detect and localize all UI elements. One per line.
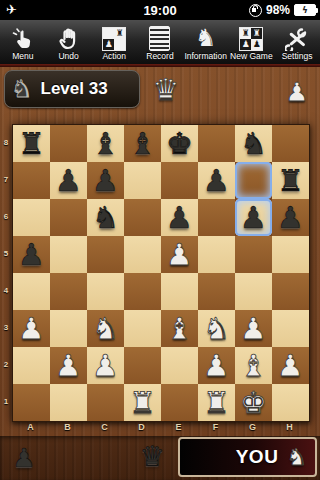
piece-black-pawn: ♟ — [277, 201, 304, 235]
piece-black-pawn: ♟ — [18, 238, 45, 272]
piece-black-pawn: ♟ — [166, 201, 193, 235]
piece-white-pawn: ♟ — [203, 349, 230, 383]
square-e2[interactable] — [161, 347, 198, 384]
piece-black-pawn: ♟ — [240, 201, 267, 235]
file-label-g: G — [234, 421, 271, 434]
square-a7[interactable] — [13, 162, 50, 199]
square-d6[interactable] — [124, 199, 161, 236]
piece-black-pawn: ♟ — [203, 164, 230, 198]
rank-label-8: 8 — [1, 124, 11, 161]
square-c6[interactable]: ♞ — [87, 199, 124, 236]
piece-white-pawn: ♟ — [277, 349, 304, 383]
menu-button[interactable]: Menu — [0, 25, 45, 62]
file-label-b: B — [49, 421, 86, 434]
square-h1[interactable] — [272, 384, 309, 421]
file-label-a: A — [12, 421, 49, 434]
rank-label-4: 4 — [1, 272, 11, 309]
piece-black-bishop: ♝ — [129, 127, 156, 161]
you-turn-badge[interactable]: YOU ♞ — [178, 437, 317, 477]
square-e3[interactable]: ♝ — [161, 310, 198, 347]
square-a4[interactable] — [13, 273, 50, 310]
piece-black-knight: ♞ — [92, 201, 119, 235]
open-hand-icon — [57, 25, 81, 51]
mini-chessboard-pieces-icon: ♜♜ ♟♟ — [239, 25, 263, 51]
square-h5[interactable] — [272, 236, 309, 273]
square-a2[interactable] — [13, 347, 50, 384]
square-a6[interactable] — [13, 199, 50, 236]
board-area: ♞ Level 33 ♛ ♟ ♜♝♝♚♞♟♟♟♜♞♟♟♟♟♟♟♞♝♞♟♟♟♟♝♟… — [0, 67, 320, 436]
piece-white-bishop: ♝ — [166, 312, 193, 346]
undo-label: Undo — [58, 51, 78, 62]
square-g2[interactable]: ♝ — [235, 347, 272, 384]
square-b5[interactable] — [50, 236, 87, 273]
square-g6[interactable]: ♟ — [235, 199, 272, 236]
piece-white-pawn: ♟ — [18, 312, 45, 346]
square-h8[interactable] — [272, 125, 309, 162]
square-a5[interactable]: ♟ — [13, 236, 50, 273]
square-f7[interactable]: ♟ — [198, 162, 235, 199]
piece-white-knight: ♞ — [92, 312, 119, 346]
square-d2[interactable] — [124, 347, 161, 384]
piece-white-rook: ♜ — [129, 386, 156, 420]
piece-white-bishop: ♝ — [240, 349, 267, 383]
file-label-f: F — [197, 421, 234, 434]
square-f4[interactable] — [198, 273, 235, 310]
square-b8[interactable] — [50, 125, 87, 162]
captured-black-queen-icon: ♛ — [136, 441, 168, 473]
piece-black-rook: ♜ — [18, 127, 45, 161]
piece-white-pawn: ♟ — [166, 238, 193, 272]
square-e7[interactable] — [161, 162, 198, 199]
square-h7[interactable]: ♜ — [272, 162, 309, 199]
square-h6[interactable]: ♟ — [272, 199, 309, 236]
status-bar: ✈ 19:00 98% ϟ — [0, 0, 320, 20]
player-bar: ♟ ♛ YOU ♞ — [0, 436, 320, 480]
information-label: Information — [184, 51, 227, 62]
undo-button[interactable]: Undo — [46, 25, 91, 62]
square-f2[interactable]: ♟ — [198, 347, 235, 384]
you-label: YOU — [236, 446, 279, 468]
square-e4[interactable] — [161, 273, 198, 310]
battery-percent: 98% — [266, 3, 290, 17]
rank-label-2: 2 — [1, 346, 11, 383]
piece-white-king: ♚ — [240, 386, 267, 420]
tools-icon — [285, 25, 309, 51]
rank-label-7: 7 — [1, 161, 11, 198]
file-label-e: E — [160, 421, 197, 434]
square-g7[interactable] — [235, 162, 272, 199]
square-c8[interactable]: ♝ — [87, 125, 124, 162]
settings-label: Settings — [282, 51, 313, 62]
square-e5[interactable]: ♟ — [161, 236, 198, 273]
piece-black-rook: ♜ — [277, 164, 304, 198]
square-g1[interactable]: ♚ — [235, 384, 272, 421]
square-b1[interactable] — [50, 384, 87, 421]
pointer-hand-icon — [11, 25, 35, 51]
square-d1[interactable]: ♜ — [124, 384, 161, 421]
rotation-lock-icon — [249, 4, 262, 17]
square-g5[interactable] — [235, 236, 272, 273]
square-c2[interactable]: ♟ — [87, 347, 124, 384]
square-g4[interactable] — [235, 273, 272, 310]
piece-white-pawn: ♟ — [55, 349, 82, 383]
piece-white-pawn: ♟ — [240, 312, 267, 346]
settings-button[interactable]: Settings — [275, 25, 320, 62]
engine-level-label: Level 33 — [41, 79, 108, 99]
square-b3[interactable] — [50, 310, 87, 347]
piece-white-pawn: ♟ — [92, 349, 119, 383]
square-f8[interactable] — [198, 125, 235, 162]
square-c3[interactable]: ♞ — [87, 310, 124, 347]
square-h2[interactable]: ♟ — [272, 347, 309, 384]
square-g3[interactable]: ♟ — [235, 310, 272, 347]
square-h3[interactable] — [272, 310, 309, 347]
record-button[interactable]: Record — [137, 25, 182, 62]
rank-label-5: 5 — [1, 235, 11, 272]
piece-black-bishop: ♝ — [92, 127, 119, 161]
square-c5[interactable] — [87, 236, 124, 273]
square-f6[interactable] — [198, 199, 235, 236]
square-g8[interactable]: ♞ — [235, 125, 272, 162]
square-e1[interactable] — [161, 384, 198, 421]
player-knight-icon: ♞ — [286, 444, 307, 470]
rank-label-6: 6 — [1, 198, 11, 235]
piece-black-knight: ♞ — [240, 127, 267, 161]
action-button[interactable]: ♜ ♟ Action — [92, 25, 137, 62]
file-label-h: H — [271, 421, 308, 434]
rank-label-1: 1 — [1, 383, 11, 420]
captured-white-pawn-icon: ♟ — [283, 77, 311, 107]
square-f5[interactable] — [198, 236, 235, 273]
captured-white-queen-icon: ♛ — [149, 73, 183, 107]
information-button[interactable]: ♞ Information — [183, 25, 228, 62]
square-f3[interactable]: ♞ — [198, 310, 235, 347]
square-a1[interactable] — [13, 384, 50, 421]
piece-white-rook: ♜ — [203, 386, 230, 420]
record-label: Record — [146, 51, 173, 62]
square-c1[interactable] — [87, 384, 124, 421]
square-a8[interactable]: ♜ — [13, 125, 50, 162]
square-f1[interactable]: ♜ — [198, 384, 235, 421]
square-b7[interactable]: ♟ — [50, 162, 87, 199]
piece-black-king: ♚ — [166, 127, 193, 161]
square-c7[interactable]: ♟ — [87, 162, 124, 199]
square-d5[interactable] — [124, 236, 161, 273]
engine-knight-icon: ♞ — [11, 74, 33, 104]
square-d8[interactable]: ♝ — [124, 125, 161, 162]
square-e8[interactable]: ♚ — [161, 125, 198, 162]
chess-board: ♜♝♝♚♞♟♟♟♜♞♟♟♟♟♟♟♞♝♞♟♟♟♟♝♟♜♜♚ — [12, 124, 310, 422]
new-game-label: New Game — [230, 51, 273, 62]
square-d3[interactable] — [124, 310, 161, 347]
square-c4[interactable] — [87, 273, 124, 310]
square-h4[interactable] — [272, 273, 309, 310]
square-d7[interactable] — [124, 162, 161, 199]
piece-white-knight: ♞ — [203, 312, 230, 346]
new-game-button[interactable]: ♜♜ ♟♟ New Game — [229, 25, 274, 62]
action-label: Action — [102, 51, 126, 62]
lined-paper-icon — [149, 25, 170, 51]
chess-app-screen: ✈ 19:00 98% ϟ Menu — [0, 0, 320, 480]
rank-label-3: 3 — [1, 309, 11, 346]
knight-icon: ♞ — [195, 25, 217, 51]
square-e6[interactable]: ♟ — [161, 199, 198, 236]
engine-level-badge[interactable]: ♞ Level 33 — [4, 70, 140, 108]
toolbar: Menu Undo ♜ ♟ Action — [0, 20, 320, 64]
piece-black-pawn: ♟ — [55, 164, 82, 198]
piece-black-pawn: ♟ — [92, 164, 119, 198]
square-a3[interactable]: ♟ — [13, 310, 50, 347]
square-b6[interactable] — [50, 199, 87, 236]
file-label-d: D — [123, 421, 160, 434]
mini-chessboard-icon: ♜ ♟ — [102, 25, 126, 51]
captured-black-pawn-icon: ♟ — [10, 443, 38, 473]
file-label-c: C — [86, 421, 123, 434]
square-d4[interactable] — [124, 273, 161, 310]
square-b4[interactable] — [50, 273, 87, 310]
square-b2[interactable]: ♟ — [50, 347, 87, 384]
battery-charging-icon: ϟ — [294, 4, 316, 16]
menu-label: Menu — [12, 51, 33, 62]
